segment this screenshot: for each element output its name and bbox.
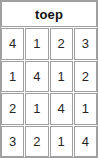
matrix-cell-r3c0: 3 <box>1 126 24 158</box>
matrix-cell-r3c1: 2 <box>25 126 48 158</box>
matrix-cell-r0c1: 1 <box>25 28 48 60</box>
matrix-widget: toep 4 1 2 3 1 4 1 2 2 1 4 1 3 2 1 4 <box>0 0 98 158</box>
matrix-cell-r3c2: 1 <box>50 126 73 158</box>
matrix-cell-r0c2: 2 <box>50 28 73 60</box>
matrix-cell-r1c0: 1 <box>1 61 24 93</box>
matrix-cell-r0c3: 3 <box>74 28 97 60</box>
matrix-title: toep <box>1 1 97 27</box>
matrix-cell-r0c0: 4 <box>1 28 24 60</box>
matrix-cell-r1c3: 2 <box>74 61 97 93</box>
matrix-cell-r1c1: 4 <box>25 61 48 93</box>
matrix-cell-r1c2: 1 <box>50 61 73 93</box>
matrix-cell-r2c3: 1 <box>74 93 97 125</box>
matrix-cell-r2c0: 2 <box>1 93 24 125</box>
matrix-cell-r2c2: 4 <box>50 93 73 125</box>
matrix-cell-r2c1: 1 <box>25 93 48 125</box>
matrix-grid: 4 1 2 3 1 4 1 2 2 1 4 1 3 2 1 4 <box>1 28 97 157</box>
matrix-cell-r3c3: 4 <box>74 126 97 158</box>
